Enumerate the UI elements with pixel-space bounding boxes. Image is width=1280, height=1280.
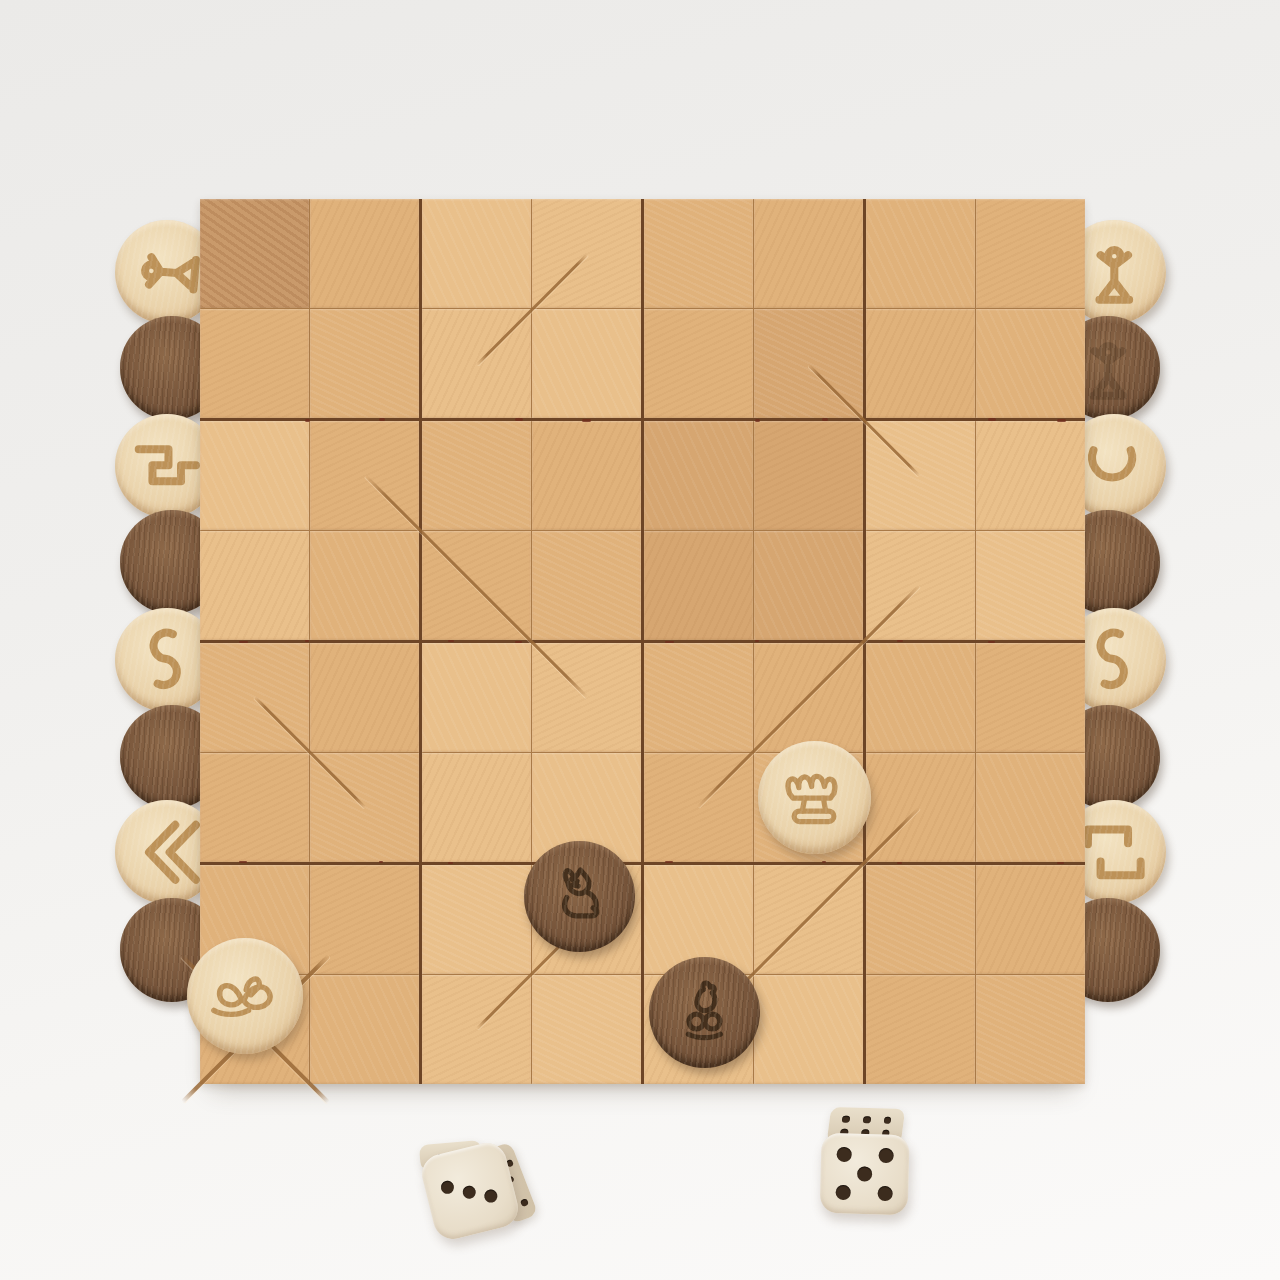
die-pip bbox=[836, 1147, 851, 1162]
board-cell[interactable] bbox=[422, 199, 531, 308]
board-cell[interactable] bbox=[422, 643, 531, 752]
board-cell[interactable] bbox=[866, 865, 975, 974]
board-cell[interactable] bbox=[644, 531, 753, 640]
die-pip bbox=[857, 1166, 872, 1181]
board-cell[interactable] bbox=[310, 531, 419, 640]
board-cell[interactable] bbox=[754, 975, 863, 1084]
scurve-engraving-icon bbox=[1080, 626, 1149, 695]
wood-fleck bbox=[897, 862, 902, 865]
board-cell[interactable] bbox=[532, 421, 641, 530]
figure-engraving-icon bbox=[1080, 238, 1149, 307]
board-cell[interactable] bbox=[422, 865, 531, 974]
game-piece-cat[interactable] bbox=[524, 841, 635, 952]
die-pip bbox=[863, 1116, 871, 1124]
board-cell[interactable] bbox=[200, 199, 309, 308]
meander-engraving-icon bbox=[1080, 818, 1149, 887]
board-block bbox=[866, 865, 1085, 1084]
board-cell[interactable] bbox=[532, 643, 641, 752]
board-cell[interactable] bbox=[532, 199, 641, 308]
board-cell[interactable] bbox=[200, 421, 309, 530]
die-pip bbox=[440, 1180, 456, 1196]
board-cell[interactable] bbox=[866, 531, 975, 640]
board-cell[interactable] bbox=[976, 865, 1085, 974]
board-cell[interactable] bbox=[310, 753, 419, 862]
wood-fleck bbox=[448, 862, 453, 865]
die-pip bbox=[879, 1148, 894, 1163]
board-cell[interactable] bbox=[644, 753, 753, 862]
board-cell[interactable] bbox=[532, 309, 641, 418]
board-cell[interactable] bbox=[754, 199, 863, 308]
rooster-engraving-icon bbox=[670, 978, 739, 1047]
die-pip bbox=[520, 1199, 528, 1207]
board-cell[interactable] bbox=[866, 309, 975, 418]
board-cell[interactable] bbox=[644, 199, 753, 308]
board-cell[interactable] bbox=[200, 753, 309, 862]
board-cell[interactable] bbox=[532, 975, 641, 1084]
board-cell[interactable] bbox=[422, 531, 531, 640]
die-pip bbox=[835, 1185, 850, 1200]
board-block bbox=[866, 643, 1085, 862]
hook-engraving-icon bbox=[1080, 432, 1149, 501]
butterfly-engraving-icon bbox=[209, 960, 281, 1032]
board-cell[interactable] bbox=[976, 309, 1085, 418]
board-cell[interactable] bbox=[754, 643, 863, 752]
game-board bbox=[200, 199, 1085, 1084]
board-block bbox=[200, 421, 419, 640]
die-1[interactable] bbox=[418, 1139, 522, 1243]
board-cell[interactable] bbox=[310, 865, 419, 974]
board-block bbox=[422, 643, 641, 862]
board-cell[interactable] bbox=[310, 421, 419, 530]
die-2[interactable] bbox=[820, 1107, 911, 1215]
moose-engraving-icon bbox=[779, 762, 849, 832]
board-cell[interactable] bbox=[532, 531, 641, 640]
board-block bbox=[422, 421, 641, 640]
board-cell[interactable] bbox=[866, 643, 975, 752]
board-cell[interactable] bbox=[422, 975, 531, 1084]
board-block bbox=[422, 199, 641, 418]
board-block bbox=[200, 643, 419, 862]
board-block bbox=[644, 199, 863, 418]
cat-engraving-icon bbox=[545, 862, 614, 931]
board-cell[interactable] bbox=[754, 309, 863, 418]
board-cell[interactable] bbox=[644, 421, 753, 530]
board-cell[interactable] bbox=[976, 531, 1085, 640]
board-cell[interactable] bbox=[310, 975, 419, 1084]
board-cell[interactable] bbox=[976, 753, 1085, 862]
scurve-engraving-icon bbox=[133, 626, 202, 695]
board-block bbox=[644, 421, 863, 640]
die-pip bbox=[878, 1186, 893, 1201]
board-cell[interactable] bbox=[976, 643, 1085, 752]
zigzag-engraving-icon bbox=[133, 432, 202, 501]
die-pip bbox=[883, 1116, 891, 1124]
figure-engraving-icon bbox=[130, 235, 204, 309]
board-cell[interactable] bbox=[754, 421, 863, 530]
board-block bbox=[866, 199, 1085, 418]
board-cell[interactable] bbox=[754, 865, 863, 974]
board-cell[interactable] bbox=[310, 643, 419, 752]
game-piece-butterfly[interactable] bbox=[187, 938, 303, 1054]
board-cell[interactable] bbox=[200, 309, 309, 418]
board-cell[interactable] bbox=[976, 975, 1085, 1084]
board-cell[interactable] bbox=[422, 421, 531, 530]
board-cell[interactable] bbox=[976, 421, 1085, 530]
board-cell[interactable] bbox=[200, 643, 309, 752]
board-cell[interactable] bbox=[200, 531, 309, 640]
board-cell[interactable] bbox=[310, 199, 419, 308]
board-cell[interactable] bbox=[754, 531, 863, 640]
wood-fleck bbox=[1057, 862, 1064, 865]
board-cell[interactable] bbox=[866, 975, 975, 1084]
die-pip bbox=[483, 1189, 499, 1205]
chevrons-engraving-icon bbox=[133, 818, 202, 887]
board-cell[interactable] bbox=[310, 309, 419, 418]
game-piece-rooster[interactable] bbox=[649, 957, 760, 1068]
board-cell[interactable] bbox=[644, 309, 753, 418]
tabletop bbox=[0, 0, 1280, 1280]
board-cell[interactable] bbox=[422, 309, 531, 418]
board-cell[interactable] bbox=[866, 753, 975, 862]
die-pip bbox=[842, 1115, 850, 1123]
board-block bbox=[200, 199, 419, 418]
board-cell[interactable] bbox=[866, 199, 975, 308]
die-front-face-five bbox=[820, 1133, 910, 1215]
die-pip bbox=[461, 1184, 477, 1200]
board-cell[interactable] bbox=[976, 199, 1085, 308]
board-block bbox=[866, 421, 1085, 640]
board-cell[interactable] bbox=[422, 753, 531, 862]
board-cell[interactable] bbox=[866, 421, 975, 530]
game-piece-moose[interactable] bbox=[758, 741, 871, 854]
board-cell[interactable] bbox=[644, 643, 753, 752]
